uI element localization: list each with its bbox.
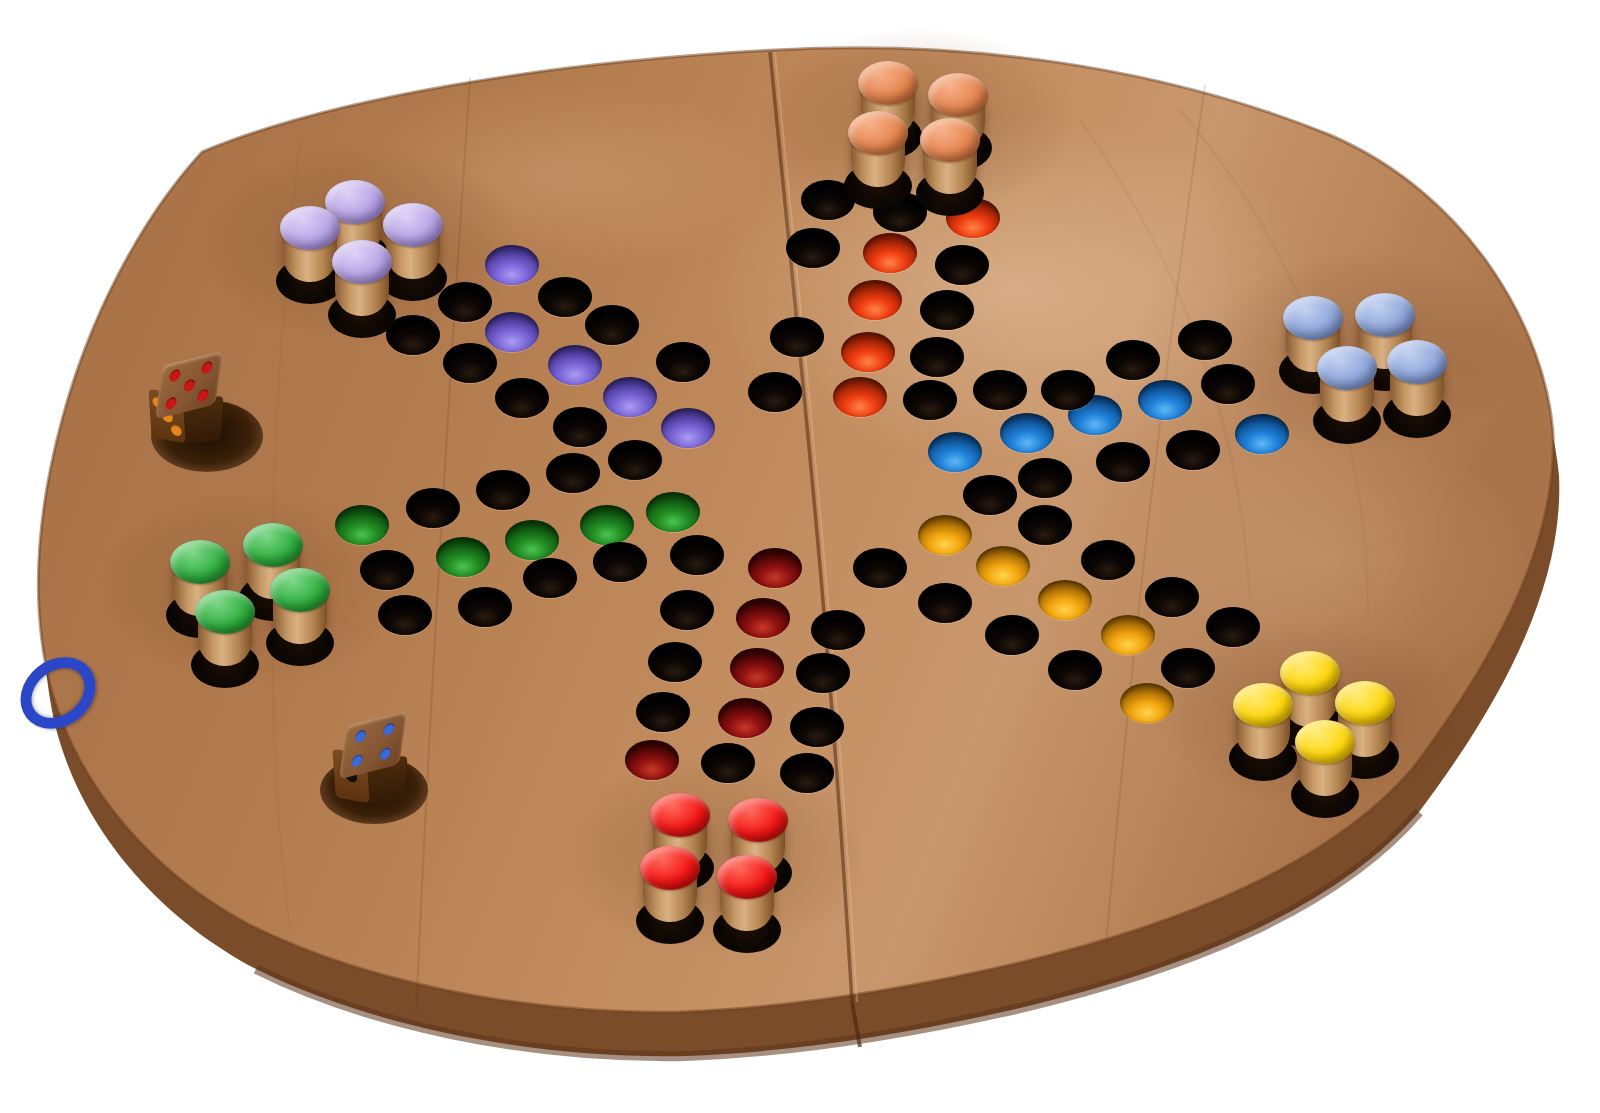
- hole-black[interactable]: [656, 342, 710, 382]
- hole-black[interactable]: [538, 277, 592, 317]
- hole-darkred[interactable]: [748, 548, 802, 588]
- hole-black[interactable]: [1096, 442, 1150, 482]
- peg-top-red: [728, 798, 788, 842]
- hole-black[interactable]: [660, 590, 714, 630]
- peg-top-yellow: [1233, 683, 1293, 727]
- hole-blue[interactable]: [928, 432, 982, 472]
- hole-green[interactable]: [646, 492, 700, 532]
- peg-blue[interactable]: [1317, 346, 1377, 446]
- hole-yellow[interactable]: [918, 515, 972, 555]
- pieces-layer: [0, 0, 1600, 1113]
- peg-top-purple: [280, 206, 340, 250]
- hole-purple[interactable]: [603, 377, 657, 417]
- board-photo: [0, 0, 1600, 1113]
- peg-top-blue: [1355, 293, 1415, 337]
- hole-black[interactable]: [360, 550, 414, 590]
- hole-black[interactable]: [585, 305, 639, 345]
- peg-top-orange: [858, 61, 918, 105]
- die-1[interactable]: [148, 356, 240, 456]
- hole-black[interactable]: [748, 372, 802, 412]
- peg-top-green: [170, 540, 230, 584]
- hole-black[interactable]: [1161, 648, 1215, 688]
- hole-black[interactable]: [985, 615, 1039, 655]
- hole-orange[interactable]: [848, 280, 902, 320]
- die-pip: [197, 388, 209, 402]
- hole-black[interactable]: [1041, 370, 1095, 410]
- hole-black[interactable]: [935, 245, 989, 285]
- hole-black[interactable]: [670, 535, 724, 575]
- hole-black[interactable]: [553, 407, 607, 447]
- peg-top-yellow: [1295, 720, 1355, 764]
- hole-black[interactable]: [853, 548, 907, 588]
- hole-purple[interactable]: [485, 312, 539, 352]
- hole-black[interactable]: [910, 337, 964, 377]
- peg-top-orange: [848, 111, 908, 155]
- hole-black[interactable]: [918, 583, 972, 623]
- hole-black[interactable]: [701, 743, 755, 783]
- hole-black[interactable]: [438, 282, 492, 322]
- hole-black[interactable]: [1206, 607, 1260, 647]
- hole-yellow[interactable]: [1120, 683, 1174, 723]
- peg-top-red: [717, 855, 777, 899]
- peg-top-blue: [1387, 340, 1447, 384]
- hole-black[interactable]: [790, 707, 844, 747]
- hole-green[interactable]: [436, 537, 490, 577]
- hole-black[interactable]: [495, 378, 549, 418]
- hole-black[interactable]: [903, 380, 957, 420]
- hole-black[interactable]: [636, 692, 690, 732]
- hole-black[interactable]: [1166, 430, 1220, 470]
- hole-orange[interactable]: [863, 233, 917, 273]
- hole-black[interactable]: [811, 610, 865, 650]
- hole-blue[interactable]: [1138, 380, 1192, 420]
- hole-black[interactable]: [476, 470, 530, 510]
- die-pip: [379, 747, 391, 761]
- peg-purple[interactable]: [383, 203, 443, 303]
- hole-black[interactable]: [973, 370, 1027, 410]
- die-pip: [351, 754, 363, 768]
- peg-top-blue: [1283, 296, 1343, 340]
- peg-red[interactable]: [717, 855, 777, 955]
- hole-blue[interactable]: [1000, 413, 1054, 453]
- rope-loop-ring: [6, 642, 110, 743]
- hole-orange[interactable]: [833, 377, 887, 417]
- hole-black[interactable]: [523, 558, 577, 598]
- hole-black[interactable]: [593, 542, 647, 582]
- hole-black[interactable]: [1018, 505, 1072, 545]
- peg-purple[interactable]: [332, 240, 392, 340]
- die-2[interactable]: [332, 716, 424, 816]
- hole-yellow[interactable]: [1101, 615, 1155, 655]
- hole-black[interactable]: [378, 595, 432, 635]
- hole-purple[interactable]: [661, 408, 715, 448]
- peg-top-orange: [920, 118, 980, 162]
- hole-black[interactable]: [1201, 364, 1255, 404]
- rope-latch-loop[interactable]: [18, 660, 88, 714]
- hole-black[interactable]: [920, 290, 974, 330]
- peg-yellow[interactable]: [1233, 683, 1293, 783]
- hole-black[interactable]: [1106, 340, 1160, 380]
- hole-black[interactable]: [1145, 577, 1199, 617]
- hole-black[interactable]: [648, 642, 702, 682]
- die-pip: [355, 729, 367, 743]
- hole-darkred[interactable]: [718, 698, 772, 738]
- peg-top-green: [270, 568, 330, 612]
- die-pip: [169, 368, 181, 382]
- die-pip: [200, 360, 212, 374]
- hole-darkred[interactable]: [625, 740, 679, 780]
- hole-black[interactable]: [458, 587, 512, 627]
- hole-black[interactable]: [1178, 320, 1232, 360]
- hole-black[interactable]: [443, 343, 497, 383]
- peg-top-green: [243, 523, 303, 567]
- hole-purple[interactable]: [485, 245, 539, 285]
- die-pip: [183, 378, 195, 392]
- hole-black[interactable]: [406, 488, 460, 528]
- die-pip: [165, 396, 177, 410]
- hole-black[interactable]: [796, 653, 850, 693]
- hole-black[interactable]: [770, 317, 824, 357]
- peg-green[interactable]: [270, 568, 330, 668]
- hole-darkred[interactable]: [736, 598, 790, 638]
- peg-top-purple: [383, 203, 443, 247]
- hole-black[interactable]: [1018, 458, 1072, 498]
- peg-purple[interactable]: [280, 206, 340, 306]
- hole-black[interactable]: [546, 453, 600, 493]
- peg-blue[interactable]: [1387, 340, 1447, 440]
- hole-purple[interactable]: [548, 345, 602, 385]
- hole-green[interactable]: [335, 505, 389, 545]
- hole-black[interactable]: [1048, 650, 1102, 690]
- peg-top-orange: [928, 73, 988, 117]
- hole-black[interactable]: [608, 440, 662, 480]
- peg-top-red: [650, 793, 710, 837]
- hole-blue[interactable]: [1235, 414, 1289, 454]
- hole-green[interactable]: [505, 520, 559, 560]
- hole-black[interactable]: [963, 475, 1017, 515]
- peg-yellow[interactable]: [1295, 720, 1355, 820]
- peg-top-green: [195, 590, 255, 634]
- die-pip: [171, 424, 183, 437]
- peg-top-yellow: [1335, 681, 1395, 725]
- peg-top-purple: [332, 240, 392, 284]
- hole-green[interactable]: [580, 505, 634, 545]
- hole-black[interactable]: [780, 753, 834, 793]
- die-pip: [382, 722, 394, 736]
- hole-black[interactable]: [1081, 540, 1135, 580]
- hole-darkred[interactable]: [730, 648, 784, 688]
- hole-black[interactable]: [786, 228, 840, 268]
- peg-top-red: [640, 846, 700, 890]
- peg-red[interactable]: [640, 846, 700, 946]
- peg-orange[interactable]: [848, 111, 908, 211]
- peg-green[interactable]: [195, 590, 255, 690]
- peg-top-blue: [1317, 346, 1377, 390]
- peg-orange[interactable]: [920, 118, 980, 218]
- hole-yellow[interactable]: [976, 546, 1030, 586]
- hole-yellow[interactable]: [1038, 580, 1092, 620]
- hole-orange[interactable]: [841, 332, 895, 372]
